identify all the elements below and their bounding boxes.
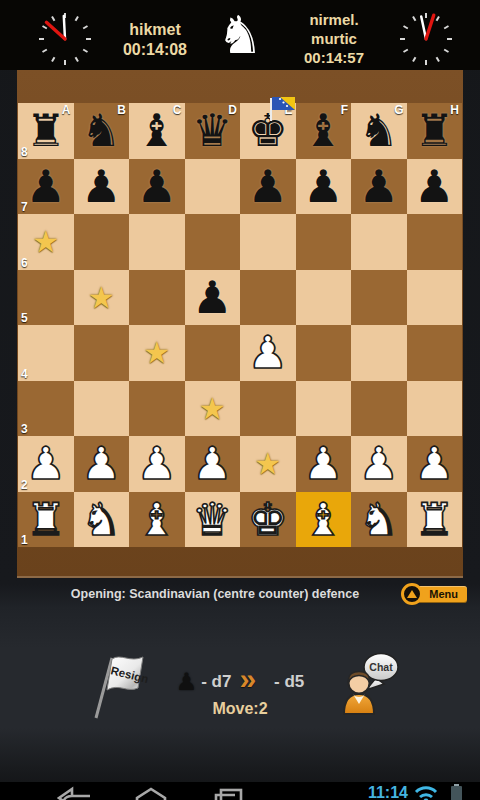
- right-player-time: 00:14:57: [282, 48, 386, 67]
- right-player-clock-icon: [398, 11, 454, 67]
- move-hint-star: ★: [74, 270, 130, 326]
- square-a4[interactable]: 4: [18, 325, 74, 381]
- app-background: hikmet 00:14:08 ♞ nirmel. murtic 00:14:5…: [0, 0, 480, 800]
- chat-button[interactable]: Chat: [336, 648, 402, 722]
- chat-label: Chat: [369, 661, 393, 673]
- square-c2[interactable]: ♟: [129, 436, 185, 492]
- square-f7[interactable]: ♟: [296, 159, 352, 215]
- file-label-H: H: [450, 103, 459, 117]
- wifi-icon: [414, 785, 438, 800]
- square-b6[interactable]: [74, 214, 130, 270]
- square-f2[interactable]: ♟: [296, 436, 352, 492]
- square-h4[interactable]: [407, 325, 463, 381]
- nav-back-button[interactable]: [52, 786, 96, 800]
- square-c4[interactable]: ★: [129, 325, 185, 381]
- square-g1[interactable]: ♞: [351, 492, 407, 548]
- move-counter: Move:2: [148, 700, 332, 718]
- status-bar-clock: 11:14: [368, 784, 408, 800]
- rank-label-8: 8: [21, 145, 28, 159]
- piece-white-king: ♚: [240, 492, 296, 548]
- piece-black-pawn: ♟: [296, 159, 352, 215]
- square-c8[interactable]: C♝: [129, 103, 185, 159]
- nav-recents-button[interactable]: [210, 786, 246, 800]
- square-b1[interactable]: ♞: [74, 492, 130, 548]
- piece-white-pawn: ♟: [74, 436, 130, 492]
- square-e6[interactable]: [240, 214, 296, 270]
- rank-label-3: 3: [21, 422, 28, 436]
- game-controls: Resign ♟ - d7 » - d5 Move:2 Chat: [0, 648, 480, 740]
- piece-white-queen: ♛: [185, 492, 241, 548]
- square-a2[interactable]: 2♟: [18, 436, 74, 492]
- rank-label-6: 6: [21, 256, 28, 270]
- square-h1[interactable]: ♜: [407, 492, 463, 548]
- square-g4[interactable]: [351, 325, 407, 381]
- move-hint-star: ★: [185, 381, 241, 437]
- square-e1[interactable]: ♚: [240, 492, 296, 548]
- piece-white-knight: ♞: [74, 492, 130, 548]
- nav-home-button[interactable]: [128, 786, 174, 800]
- square-b4[interactable]: [74, 325, 130, 381]
- file-label-G: G: [394, 103, 403, 117]
- rank-label-4: 4: [21, 367, 28, 381]
- square-c3[interactable]: [129, 381, 185, 437]
- file-label-D: D: [228, 103, 237, 117]
- piece-black-pawn: ♟: [74, 159, 130, 215]
- square-e7[interactable]: ♟: [240, 159, 296, 215]
- left-player-clock-icon: [37, 11, 93, 67]
- move-to-square: - d5: [274, 672, 304, 692]
- square-g7[interactable]: ♟: [351, 159, 407, 215]
- square-b7[interactable]: ♟: [74, 159, 130, 215]
- square-f1[interactable]: ♝: [296, 492, 352, 548]
- move-hint-star: ★: [240, 436, 296, 492]
- move-hint-star: ★: [129, 325, 185, 381]
- piece-white-pawn: ♟: [185, 436, 241, 492]
- square-b5[interactable]: ★: [74, 270, 130, 326]
- square-d3[interactable]: ★: [185, 381, 241, 437]
- left-player-time: 00:14:08: [96, 40, 214, 60]
- piece-white-pawn: ♟: [129, 436, 185, 492]
- rank-label-7: 7: [21, 200, 28, 214]
- square-h7[interactable]: ♟: [407, 159, 463, 215]
- square-e5[interactable]: [240, 270, 296, 326]
- move-from-square: - d7: [201, 672, 231, 692]
- square-h8[interactable]: H♜: [407, 103, 463, 159]
- square-c5[interactable]: [129, 270, 185, 326]
- piece-white-rook: ♜: [407, 492, 463, 548]
- piece-white-pawn: ♟: [407, 436, 463, 492]
- square-a7[interactable]: 7♟: [18, 159, 74, 215]
- square-a1[interactable]: 1♜: [18, 492, 74, 548]
- square-c1[interactable]: ♝: [129, 492, 185, 548]
- left-player-info: hikmet 00:14:08: [96, 20, 214, 60]
- square-b2[interactable]: ♟: [74, 436, 130, 492]
- square-h6[interactable]: [407, 214, 463, 270]
- square-a5[interactable]: 5: [18, 270, 74, 326]
- rank-label-5: 5: [21, 311, 28, 325]
- square-d6[interactable]: [185, 214, 241, 270]
- square-a3[interactable]: 3: [18, 381, 74, 437]
- square-d1[interactable]: ♛: [185, 492, 241, 548]
- moved-piece-icon: ♟: [176, 668, 198, 696]
- opening-label: Opening: Scandinavian (centre counter) d…: [0, 587, 430, 601]
- square-d2[interactable]: ♟: [185, 436, 241, 492]
- piece-white-pawn: ♟: [296, 436, 352, 492]
- square-f5[interactable]: [296, 270, 352, 326]
- piece-black-pawn: ♟: [351, 159, 407, 215]
- square-d5[interactable]: ♟: [185, 270, 241, 326]
- square-g8[interactable]: G♞: [351, 103, 407, 159]
- right-player-name-line2: murtic: [282, 29, 386, 48]
- status-row: Opening: Scandinavian (centre counter) d…: [0, 583, 480, 607]
- rank-label-1: 1: [21, 533, 28, 547]
- piece-white-knight: ♞: [351, 492, 407, 548]
- resign-button[interactable]: Resign: [86, 650, 148, 722]
- piece-white-pawn: ♟: [351, 436, 407, 492]
- square-g2[interactable]: ♟: [351, 436, 407, 492]
- right-player-info: nirmel. murtic 00:14:57: [282, 10, 386, 67]
- piece-black-pawn: ♟: [240, 159, 296, 215]
- square-h2[interactable]: ♟: [407, 436, 463, 492]
- square-d7[interactable]: [185, 159, 241, 215]
- square-f6[interactable]: [296, 214, 352, 270]
- country-flag-icon: [267, 96, 297, 122]
- square-f4[interactable]: [296, 325, 352, 381]
- menu-button-label: Menu: [416, 586, 467, 603]
- file-label-A: A: [62, 103, 71, 117]
- square-e4[interactable]: ♟: [240, 325, 296, 381]
- piece-black-pawn: ♟: [185, 270, 241, 326]
- square-c6[interactable]: [129, 214, 185, 270]
- square-c7[interactable]: ♟: [129, 159, 185, 215]
- white-knight-turn-icon: ♞: [209, 6, 271, 64]
- right-player-name-line1: nirmel.: [282, 10, 386, 29]
- file-label-F: F: [341, 103, 348, 117]
- piece-white-pawn: ♟: [240, 325, 296, 381]
- square-a8[interactable]: A8♜: [18, 103, 74, 159]
- piece-black-pawn: ♟: [407, 159, 463, 215]
- move-arrow-icon: »: [239, 670, 256, 688]
- square-b3[interactable]: [74, 381, 130, 437]
- file-label-B: B: [117, 103, 126, 117]
- square-d8[interactable]: D♛: [185, 103, 241, 159]
- square-g6[interactable]: [351, 214, 407, 270]
- battery-icon: [451, 786, 462, 800]
- rank-label-2: 2: [21, 478, 28, 492]
- square-g3[interactable]: [351, 381, 407, 437]
- square-b8[interactable]: B♞: [74, 103, 130, 159]
- system-navigation-bar: 11:14: [0, 782, 480, 800]
- square-a6[interactable]: 6★: [18, 214, 74, 270]
- square-d4[interactable]: [185, 325, 241, 381]
- menu-button[interactable]: Menu: [401, 583, 467, 605]
- board-frame: A8♜B♞C♝D♛E♚F♝G♞H♜7♟♟♟♟♟♟♟6★5★♟4★♟3★2♟♟♟♟…: [17, 70, 463, 578]
- square-h3[interactable]: [407, 381, 463, 437]
- board: A8♜B♞C♝D♛E♚F♝G♞H♜7♟♟♟♟♟♟♟6★5★♟4★♟3★2♟♟♟♟…: [18, 103, 462, 547]
- piece-white-bishop: ♝: [129, 492, 185, 548]
- last-move-display: ♟ - d7 » - d5: [148, 668, 332, 696]
- left-player-name: hikmet: [96, 20, 214, 40]
- square-e2[interactable]: ★: [240, 436, 296, 492]
- square-f8[interactable]: F♝: [296, 103, 352, 159]
- top-bar: hikmet 00:14:08 ♞ nirmel. murtic 00:14:5…: [0, 0, 480, 70]
- piece-white-bishop: ♝: [296, 492, 352, 548]
- square-h5[interactable]: [407, 270, 463, 326]
- piece-black-pawn: ♟: [129, 159, 185, 215]
- square-e3[interactable]: [240, 381, 296, 437]
- square-g5[interactable]: [351, 270, 407, 326]
- file-label-C: C: [173, 103, 182, 117]
- square-f3[interactable]: [296, 381, 352, 437]
